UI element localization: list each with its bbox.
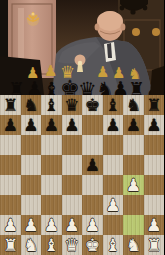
white-knight-piece: ♞ [126, 235, 141, 255]
square-c8[interactable]: ♝ [41, 95, 62, 115]
square-c5[interactable] [41, 155, 62, 175]
square-e2[interactable]: ♟ [82, 215, 103, 235]
square-f1[interactable]: ♝ [103, 235, 124, 255]
svg-text:♝: ♝ [42, 78, 61, 95]
square-f8[interactable]: ♝ [103, 95, 124, 115]
square-c1[interactable]: ♝ [41, 235, 62, 255]
black-pawn-piece: ♟ [3, 115, 18, 135]
square-f5[interactable] [103, 155, 124, 175]
square-c3[interactable] [41, 195, 62, 215]
white-pawn-piece: ♟ [105, 195, 120, 215]
white-pawn-piece: ♟ [126, 175, 141, 195]
square-c2[interactable]: ♟ [41, 215, 62, 235]
square-h6[interactable] [144, 135, 165, 155]
square-e7[interactable] [82, 115, 103, 135]
square-e3[interactable] [82, 195, 103, 215]
black-queen-piece: ♛ [64, 95, 79, 115]
square-f2[interactable] [103, 215, 124, 235]
chess-app-screen: ♟ ♟ ♛ ♟ ♟ ♞ ♜ ♟ ♝ ♚ ♛ ♞ ♟ ♜ ♟ ♜♞♝♛♚♝♞♜♟♟… [0, 0, 164, 255]
square-g7[interactable]: ♟ [123, 115, 144, 135]
square-a2[interactable]: ♟ [0, 215, 21, 235]
black-pawn-piece: ♟ [126, 115, 141, 135]
square-b3[interactable] [21, 195, 42, 215]
square-h5[interactable] [144, 155, 165, 175]
sconce-glow-icon [132, 28, 140, 36]
held-piece-top [78, 61, 82, 65]
black-pawn-piece: ♟ [64, 115, 79, 135]
square-c4[interactable] [41, 175, 62, 195]
white-pawn-piece: ♟ [3, 215, 18, 235]
header-photo: ♟ ♟ ♛ ♟ ♟ ♞ ♜ ♟ ♝ ♚ ♛ ♞ ♟ ♜ ♟ [0, 0, 164, 95]
square-d1[interactable]: ♛ [62, 235, 83, 255]
black-bishop-piece: ♝ [44, 95, 59, 115]
black-pawn-piece: ♟ [105, 115, 120, 135]
black-pawn-piece: ♟ [23, 115, 38, 135]
square-c6[interactable] [41, 135, 62, 155]
head-highlight [97, 11, 123, 31]
white-pawn-piece: ♟ [44, 215, 59, 235]
svg-text:♜: ♜ [128, 78, 145, 95]
white-king-piece: ♚ [85, 235, 100, 255]
square-g8[interactable]: ♞ [123, 95, 144, 115]
square-a1[interactable]: ♜ [0, 235, 21, 255]
square-e4[interactable] [82, 175, 103, 195]
square-h4[interactable] [144, 175, 165, 195]
black-pawn-piece: ♟ [85, 155, 100, 175]
square-d8[interactable]: ♛ [62, 95, 83, 115]
square-h2[interactable]: ♟ [144, 215, 165, 235]
svg-text:♜: ♜ [8, 78, 25, 95]
white-bishop-piece: ♝ [105, 235, 120, 255]
white-rook-piece: ♜ [146, 235, 161, 255]
square-e8[interactable]: ♚ [82, 95, 103, 115]
square-d2[interactable]: ♟ [62, 215, 83, 235]
square-f6[interactable] [103, 135, 124, 155]
square-f7[interactable]: ♟ [103, 115, 124, 135]
square-d7[interactable]: ♟ [62, 115, 83, 135]
square-d5[interactable] [62, 155, 83, 175]
white-pawn-piece: ♟ [23, 215, 38, 235]
sconce-glow-icon [152, 28, 160, 36]
square-b2[interactable]: ♟ [21, 215, 42, 235]
square-g4[interactable]: ♟ [123, 175, 144, 195]
square-f4[interactable] [103, 175, 124, 195]
square-d4[interactable] [62, 175, 83, 195]
square-a4[interactable] [0, 175, 21, 195]
square-d3[interactable] [62, 195, 83, 215]
square-h8[interactable]: ♜ [144, 95, 165, 115]
svg-text:♟: ♟ [26, 77, 43, 95]
ear [95, 23, 100, 30]
square-d6[interactable] [62, 135, 83, 155]
black-rook-piece: ♜ [146, 95, 161, 115]
ear [121, 23, 126, 30]
white-rook-piece: ♜ [3, 235, 18, 255]
white-bishop-piece: ♝ [44, 235, 59, 255]
square-h1[interactable]: ♜ [144, 235, 165, 255]
right-dark-corner [150, 66, 164, 95]
square-a7[interactable]: ♟ [0, 115, 21, 135]
square-b1[interactable]: ♞ [21, 235, 42, 255]
square-b6[interactable] [21, 135, 42, 155]
square-b5[interactable] [21, 155, 42, 175]
square-a5[interactable] [0, 155, 21, 175]
square-f3[interactable]: ♟ [103, 195, 124, 215]
svg-text:♚: ♚ [60, 76, 80, 95]
svg-text:♛: ♛ [78, 78, 97, 95]
svg-text:♟: ♟ [112, 77, 129, 95]
square-c7[interactable]: ♟ [41, 115, 62, 135]
photo-illustration: ♟ ♟ ♛ ♟ ♟ ♞ ♜ ♟ ♝ ♚ ♛ ♞ ♟ ♜ ♟ [0, 0, 164, 95]
square-e1[interactable]: ♚ [82, 235, 103, 255]
square-b4[interactable] [21, 175, 42, 195]
square-g6[interactable] [123, 135, 144, 155]
square-g3[interactable] [123, 195, 144, 215]
square-g5[interactable] [123, 155, 144, 175]
square-a3[interactable] [0, 195, 21, 215]
white-pawn-piece: ♟ [85, 215, 100, 235]
white-pawn-piece: ♟ [64, 215, 79, 235]
square-b8[interactable]: ♞ [21, 95, 42, 115]
white-pawn-piece: ♟ [146, 215, 161, 235]
square-g2[interactable] [123, 215, 144, 235]
square-e5[interactable]: ♟ [82, 155, 103, 175]
white-queen-piece: ♛ [64, 235, 79, 255]
square-a6[interactable] [0, 135, 21, 155]
black-king-piece: ♚ [85, 95, 100, 115]
square-h7[interactable]: ♟ [144, 115, 165, 135]
square-g1[interactable]: ♞ [123, 235, 144, 255]
chess-board: ♜♞♝♛♚♝♞♜♟♟♟♟♟♟♟♟♟♟♟♟♟♟♟♟♜♞♝♛♚♝♞♜ [0, 95, 164, 255]
square-a8[interactable]: ♜ [0, 95, 21, 115]
black-rook-piece: ♜ [3, 95, 18, 115]
square-e6[interactable] [82, 135, 103, 155]
black-knight-piece: ♞ [126, 95, 141, 115]
white-knight-piece: ♞ [23, 235, 38, 255]
black-bishop-piece: ♝ [105, 95, 120, 115]
square-h3[interactable] [144, 195, 165, 215]
black-pawn-piece: ♟ [146, 115, 161, 135]
black-knight-piece: ♞ [23, 95, 38, 115]
black-pawn-piece: ♟ [44, 115, 59, 135]
square-b7[interactable]: ♟ [21, 115, 42, 135]
